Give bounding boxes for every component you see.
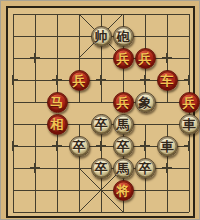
- soldier-glyph: 兵: [183, 95, 196, 108]
- soldier-glyph: 卒: [117, 139, 130, 152]
- soldier-glyph: 兵: [117, 95, 130, 108]
- piece-red-general[interactable]: 将: [113, 180, 134, 201]
- piece-ivory-cannon[interactable]: 砲: [113, 26, 134, 47]
- piece-ivory-horse[interactable]: 馬: [113, 114, 134, 135]
- horse-glyph: 马: [51, 95, 64, 108]
- soldier-glyph: 卒: [95, 117, 108, 130]
- piece-ivory-horse[interactable]: 馬: [113, 158, 134, 179]
- piece-ivory-soldier[interactable]: 卒: [69, 136, 90, 157]
- piece-ivory-soldier[interactable]: 卒: [135, 158, 156, 179]
- piece-red-horse[interactable]: 马: [47, 92, 68, 113]
- cannon-glyph: 砲: [117, 29, 130, 42]
- horse-glyph: 馬: [117, 161, 130, 174]
- piece-ivory-general[interactable]: 帅: [91, 26, 112, 47]
- piece-red-soldier[interactable]: 兵: [69, 70, 90, 91]
- xiangqi-board[interactable]: 帅砲兵兵兵车马兵象兵相卒馬車卒卒車卒馬卒将: [0, 0, 200, 220]
- soldier-glyph: 卒: [139, 161, 152, 174]
- piece-ivory-soldier[interactable]: 卒: [113, 136, 134, 157]
- piece-red-soldier[interactable]: 兵: [113, 92, 134, 113]
- chariot-glyph: 车: [161, 73, 174, 86]
- chariot-glyph: 車: [183, 117, 196, 130]
- elephant-glyph: 相: [51, 117, 64, 130]
- general-glyph: 帅: [95, 29, 108, 42]
- elephant-glyph: 象: [139, 95, 152, 108]
- chariot-glyph: 車: [161, 139, 174, 152]
- piece-ivory-soldier[interactable]: 卒: [91, 158, 112, 179]
- piece-ivory-soldier[interactable]: 卒: [91, 114, 112, 135]
- soldier-glyph: 兵: [139, 51, 152, 64]
- soldier-glyph: 兵: [73, 73, 86, 86]
- soldier-glyph: 卒: [95, 161, 108, 174]
- piece-red-soldier[interactable]: 兵: [179, 92, 200, 113]
- piece-red-soldier[interactable]: 兵: [113, 48, 134, 69]
- piece-red-elephant[interactable]: 相: [47, 114, 68, 135]
- general-glyph: 将: [117, 183, 130, 196]
- piece-red-soldier[interactable]: 兵: [135, 48, 156, 69]
- horse-glyph: 馬: [117, 117, 130, 130]
- piece-ivory-chariot[interactable]: 車: [157, 136, 178, 157]
- soldier-glyph: 卒: [73, 139, 86, 152]
- piece-red-chariot[interactable]: 车: [157, 70, 178, 91]
- piece-ivory-chariot[interactable]: 車: [179, 114, 200, 135]
- piece-ivory-elephant[interactable]: 象: [135, 92, 156, 113]
- soldier-glyph: 兵: [117, 51, 130, 64]
